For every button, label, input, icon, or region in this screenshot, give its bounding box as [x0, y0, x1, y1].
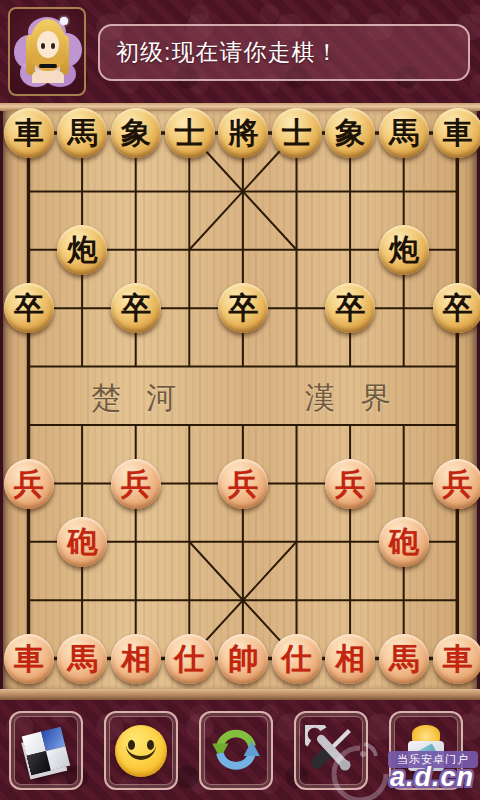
- piece-black-soldier[interactable]: 卒: [4, 283, 54, 333]
- board-intersection[interactable]: [109, 338, 163, 396]
- xiangqi-app-screen: 初级:现在请你走棋！ 楚 河 漢 界 車馬象士將士象馬車炮炮卒卒卒卒卒兵兵兵兵兵…: [0, 0, 480, 800]
- piece-red-cannon[interactable]: 砲: [379, 517, 429, 567]
- piece-red-advisor[interactable]: 仕: [165, 634, 215, 684]
- piece-red-soldier[interactable]: 兵: [4, 459, 54, 509]
- piece-black-rook[interactable]: 車: [4, 108, 54, 158]
- board-intersection[interactable]: 卒: [324, 279, 378, 337]
- piece-red-elephant[interactable]: 相: [325, 634, 375, 684]
- board-intersection[interactable]: 車: [2, 630, 56, 688]
- board-intersection[interactable]: [431, 396, 480, 454]
- board-intersection[interactable]: 卒: [431, 279, 480, 337]
- board-intersection[interactable]: [216, 221, 270, 279]
- piece-black-elephant[interactable]: 象: [325, 108, 375, 158]
- board-intersection[interactable]: [2, 221, 56, 279]
- board-intersection[interactable]: [431, 221, 480, 279]
- board-intersection[interactable]: 兵: [431, 454, 480, 512]
- board-intersection[interactable]: [109, 513, 163, 571]
- piece-red-advisor[interactable]: 仕: [272, 634, 322, 684]
- piece-red-rook[interactable]: 車: [4, 634, 54, 684]
- piece-red-soldier[interactable]: 兵: [433, 459, 480, 509]
- board-intersection[interactable]: [163, 162, 217, 220]
- smiley-face-icon: [115, 725, 167, 777]
- piece-red-soldier[interactable]: 兵: [111, 459, 161, 509]
- board-intersection[interactable]: [270, 571, 324, 629]
- avatar-hair-flower: [60, 17, 68, 25]
- board-intersection[interactable]: [163, 571, 217, 629]
- avatar-eye: [51, 43, 55, 49]
- xiangqi-board[interactable]: 楚 河 漢 界 車馬象士將士象馬車炮炮卒卒卒卒卒兵兵兵兵兵砲砲車馬相仕帥仕相馬車: [0, 111, 480, 689]
- toolbar-buttons: [0, 711, 480, 790]
- piece-black-advisor[interactable]: 士: [272, 108, 322, 158]
- board-intersection[interactable]: [324, 513, 378, 571]
- board-intersection[interactable]: [270, 513, 324, 571]
- board-intersection[interactable]: 卒: [216, 279, 270, 337]
- board-intersection[interactable]: 卒: [109, 279, 163, 337]
- wrench-screwdriver-icon: [305, 725, 357, 777]
- board-intersection[interactable]: [324, 571, 378, 629]
- board-intersection[interactable]: [270, 396, 324, 454]
- board-intersection[interactable]: 象: [324, 104, 378, 162]
- gift-box-icon: [404, 725, 448, 777]
- board-intersection[interactable]: [2, 513, 56, 571]
- board-intersection[interactable]: 兵: [216, 454, 270, 512]
- board-intersection[interactable]: [163, 396, 217, 454]
- toolbar: 当乐安卓门户 a.d.cn: [0, 700, 480, 800]
- board-intersection[interactable]: [377, 396, 431, 454]
- settings-button[interactable]: [294, 711, 368, 790]
- piece-black-general[interactable]: 將: [218, 108, 268, 158]
- board-intersection[interactable]: 砲: [56, 513, 110, 571]
- board-intersection[interactable]: [163, 279, 217, 337]
- board-intersection[interactable]: [431, 571, 480, 629]
- board-intersection[interactable]: 炮: [377, 221, 431, 279]
- board-intersection[interactable]: [56, 279, 110, 337]
- board-intersection[interactable]: [56, 338, 110, 396]
- board-intersection[interactable]: [324, 162, 378, 220]
- piece-red-rook[interactable]: 車: [433, 634, 480, 684]
- board-intersection[interactable]: [270, 279, 324, 337]
- checker-cube-icon: [22, 726, 70, 774]
- piece-red-elephant[interactable]: 相: [111, 634, 161, 684]
- more-button[interactable]: [389, 711, 463, 790]
- board-intersection[interactable]: 兵: [109, 454, 163, 512]
- board-intersection[interactable]: [109, 221, 163, 279]
- board-intersection[interactable]: [216, 162, 270, 220]
- board-intersection[interactable]: [377, 338, 431, 396]
- board-intersection[interactable]: [56, 454, 110, 512]
- board-intersection[interactable]: [324, 396, 378, 454]
- board-intersection[interactable]: 車: [431, 104, 480, 162]
- board-intersection[interactable]: [163, 221, 217, 279]
- board-intersection[interactable]: 相: [109, 630, 163, 688]
- board-intersection[interactable]: [56, 396, 110, 454]
- piece-black-soldier[interactable]: 卒: [325, 283, 375, 333]
- piece-black-soldier[interactable]: 卒: [433, 283, 480, 333]
- avatar-shoulders: [32, 69, 64, 83]
- board-intersection[interactable]: 炮: [56, 221, 110, 279]
- board-intersection[interactable]: [109, 396, 163, 454]
- board-intersection[interactable]: 車: [2, 104, 56, 162]
- board-intersection[interactable]: 相: [324, 630, 378, 688]
- piece-red-horse[interactable]: 馬: [379, 634, 429, 684]
- piece-red-general[interactable]: 帥: [218, 634, 268, 684]
- board-intersection[interactable]: 馬: [377, 630, 431, 688]
- board-intersection[interactable]: [2, 162, 56, 220]
- avatar: [8, 7, 86, 96]
- piece-red-cannon[interactable]: 砲: [57, 517, 107, 567]
- board-intersection[interactable]: [216, 338, 270, 396]
- board-intersection[interactable]: 馬: [56, 630, 110, 688]
- board-intersection[interactable]: 將: [216, 104, 270, 162]
- board-intersection[interactable]: 卒: [2, 279, 56, 337]
- board-bottom-edge: [0, 689, 480, 700]
- board-intersection[interactable]: 砲: [377, 513, 431, 571]
- pieces-grid[interactable]: 車馬象士將士象馬車炮炮卒卒卒卒卒兵兵兵兵兵砲砲車馬相仕帥仕相馬車: [2, 104, 480, 688]
- message-bubble: 初级:现在请你走棋！: [98, 24, 470, 81]
- board-intersection[interactable]: [431, 162, 480, 220]
- board-intersection[interactable]: [377, 162, 431, 220]
- board-intersection[interactable]: [56, 162, 110, 220]
- avatar-choker: [39, 64, 57, 68]
- piece-black-horse[interactable]: 馬: [379, 108, 429, 158]
- piece-black-advisor[interactable]: 士: [165, 108, 215, 158]
- board-intersection[interactable]: [431, 338, 480, 396]
- board-intersection[interactable]: [324, 221, 378, 279]
- board-intersection[interactable]: 帥: [216, 630, 270, 688]
- board-intersection[interactable]: [270, 162, 324, 220]
- board-intersection[interactable]: [2, 396, 56, 454]
- board-intersection[interactable]: [163, 338, 217, 396]
- piece-black-cannon[interactable]: 炮: [57, 225, 107, 275]
- restart-button[interactable]: [199, 711, 273, 790]
- board-intersection[interactable]: [163, 513, 217, 571]
- board-intersection[interactable]: 仕: [270, 630, 324, 688]
- board-intersection[interactable]: [216, 513, 270, 571]
- board-intersection[interactable]: [2, 571, 56, 629]
- board-intersection[interactable]: [109, 571, 163, 629]
- board-intersection[interactable]: [270, 338, 324, 396]
- board-intersection[interactable]: [270, 454, 324, 512]
- board-intersection[interactable]: 車: [431, 630, 480, 688]
- piece-red-horse[interactable]: 馬: [57, 634, 107, 684]
- board-intersection[interactable]: [163, 454, 217, 512]
- smiley-button[interactable]: [104, 711, 178, 790]
- piece-black-soldier[interactable]: 卒: [111, 283, 161, 333]
- board-intersection[interactable]: [2, 338, 56, 396]
- piece-black-cannon[interactable]: 炮: [379, 225, 429, 275]
- board-intersection[interactable]: [324, 338, 378, 396]
- board-intersection[interactable]: 馬: [377, 104, 431, 162]
- board-intersection[interactable]: 兵: [324, 454, 378, 512]
- status-message: 初级:现在请你走棋！: [116, 37, 339, 68]
- board-intersection[interactable]: [377, 571, 431, 629]
- piece-black-elephant[interactable]: 象: [111, 108, 161, 158]
- board-intersection[interactable]: [109, 162, 163, 220]
- board-intersection[interactable]: 士: [163, 104, 217, 162]
- board-intersection[interactable]: 兵: [2, 454, 56, 512]
- refresh-arrows-icon: [210, 725, 262, 777]
- board-intersection[interactable]: 士: [270, 104, 324, 162]
- piece-red-soldier[interactable]: 兵: [218, 459, 268, 509]
- board-intersection[interactable]: [431, 513, 480, 571]
- piece-black-rook[interactable]: 車: [433, 108, 480, 158]
- piece-black-horse[interactable]: 馬: [57, 108, 107, 158]
- board-intersection[interactable]: [216, 571, 270, 629]
- board-intersection[interactable]: [270, 221, 324, 279]
- avatar-eye: [41, 43, 45, 49]
- board-intersection[interactable]: 馬: [56, 104, 110, 162]
- board-button[interactable]: [9, 711, 83, 790]
- board-intersection[interactable]: [216, 396, 270, 454]
- board-intersection[interactable]: [377, 454, 431, 512]
- board-intersection[interactable]: [56, 571, 110, 629]
- board-intersection[interactable]: 仕: [163, 630, 217, 688]
- board-intersection[interactable]: [377, 279, 431, 337]
- piece-black-soldier[interactable]: 卒: [218, 283, 268, 333]
- status-bar: 初级:现在请你走棋！: [0, 0, 480, 103]
- board-intersection[interactable]: 象: [109, 104, 163, 162]
- piece-red-soldier[interactable]: 兵: [325, 459, 375, 509]
